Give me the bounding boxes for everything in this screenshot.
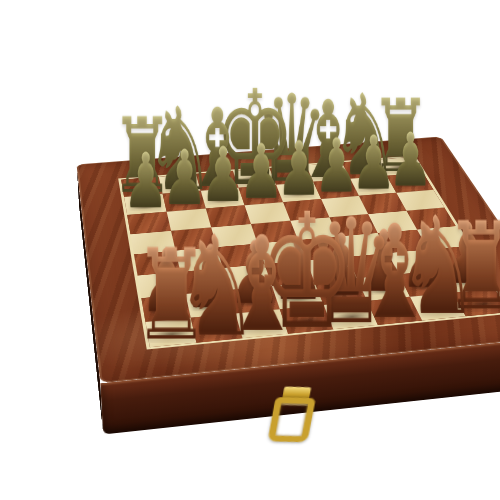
board-frame: ♜♞♝♚♛♝♞♜♟♟♟♟♟♟♟♟♟♟♟♟♟♟♟♟♜♞♝♚♛♝♞♜ (77, 137, 500, 384)
square-h8: ♜ (146, 318, 197, 348)
scene: ♜♞♝♚♛♝♞♜♟♟♟♟♟♟♟♟♟♟♟♟♟♟♟♟♜♞♝♚♛♝♞♜ (0, 0, 500, 500)
board-grid: ♜♞♝♚♛♝♞♜♟♟♟♟♟♟♟♟♟♟♟♟♟♟♟♟♜♞♝♚♛♝♞♜ (118, 155, 500, 349)
product-photo-chess-set: ♜♞♝♚♛♝♞♜♟♟♟♟♟♟♟♟♟♟♟♟♟♟♟♟♜♞♝♚♛♝♞♜ (0, 0, 500, 500)
chess-board: ♜♞♝♚♛♝♞♜♟♟♟♟♟♟♟♟♟♟♟♟♟♟♟♟♜♞♝♚♛♝♞♜ (77, 137, 500, 384)
latch-ring-icon (267, 397, 315, 442)
latch (263, 386, 321, 449)
